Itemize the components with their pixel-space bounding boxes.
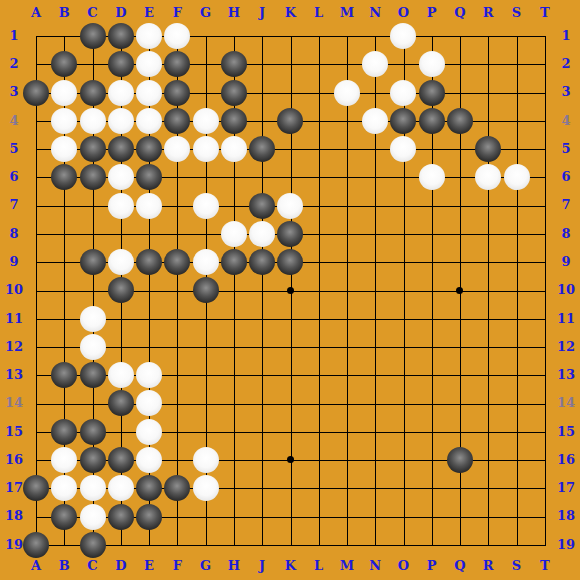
intersection-C11[interactable] (78, 305, 106, 333)
intersection-G6[interactable] (191, 163, 219, 191)
intersection-O17[interactable] (389, 474, 417, 502)
intersection-A6[interactable] (22, 163, 50, 191)
intersection-L12[interactable] (305, 333, 333, 361)
intersection-L6[interactable] (305, 163, 333, 191)
intersection-R4[interactable] (474, 107, 502, 135)
intersection-B15[interactable] (50, 418, 78, 446)
intersection-F4[interactable] (163, 107, 191, 135)
intersection-S2[interactable] (502, 50, 530, 78)
intersection-T15[interactable] (531, 418, 559, 446)
intersection-S5[interactable] (502, 135, 530, 163)
intersection-K19[interactable] (276, 531, 304, 559)
intersection-E1[interactable] (135, 22, 163, 50)
intersection-H19[interactable] (220, 531, 248, 559)
intersection-H2[interactable] (220, 50, 248, 78)
intersection-A19[interactable] (22, 531, 50, 559)
intersection-L16[interactable] (305, 446, 333, 474)
intersection-G12[interactable] (191, 333, 219, 361)
intersection-F18[interactable] (163, 502, 191, 530)
intersection-A18[interactable] (22, 502, 50, 530)
intersection-J16[interactable] (248, 446, 276, 474)
intersection-J2[interactable] (248, 50, 276, 78)
intersection-R11[interactable] (474, 305, 502, 333)
intersection-M10[interactable] (333, 276, 361, 304)
intersection-D15[interactable] (107, 418, 135, 446)
intersection-M12[interactable] (333, 333, 361, 361)
intersection-E18[interactable] (135, 502, 163, 530)
intersection-Q5[interactable] (446, 135, 474, 163)
intersection-N11[interactable] (361, 305, 389, 333)
intersection-J5[interactable] (248, 135, 276, 163)
intersection-M11[interactable] (333, 305, 361, 333)
intersection-L17[interactable] (305, 474, 333, 502)
intersection-F1[interactable] (163, 22, 191, 50)
intersection-E12[interactable] (135, 333, 163, 361)
intersection-K15[interactable] (276, 418, 304, 446)
intersection-M18[interactable] (333, 502, 361, 530)
intersection-O4[interactable] (389, 107, 417, 135)
intersection-P17[interactable] (418, 474, 446, 502)
intersection-P14[interactable] (418, 389, 446, 417)
intersection-P11[interactable] (418, 305, 446, 333)
intersection-K18[interactable] (276, 502, 304, 530)
intersection-B3[interactable] (50, 78, 78, 106)
intersection-T9[interactable] (531, 248, 559, 276)
intersection-J18[interactable] (248, 502, 276, 530)
intersection-O7[interactable] (389, 191, 417, 219)
intersection-J13[interactable] (248, 361, 276, 389)
intersection-L9[interactable] (305, 248, 333, 276)
intersection-H1[interactable] (220, 22, 248, 50)
intersection-A14[interactable] (22, 389, 50, 417)
intersection-N15[interactable] (361, 418, 389, 446)
intersection-N5[interactable] (361, 135, 389, 163)
intersection-O14[interactable] (389, 389, 417, 417)
intersection-E9[interactable] (135, 248, 163, 276)
intersection-J19[interactable] (248, 531, 276, 559)
intersection-B10[interactable] (50, 276, 78, 304)
intersection-G18[interactable] (191, 502, 219, 530)
intersection-J9[interactable] (248, 248, 276, 276)
intersection-C7[interactable] (78, 191, 106, 219)
intersection-L13[interactable] (305, 361, 333, 389)
intersection-A7[interactable] (22, 191, 50, 219)
intersection-A13[interactable] (22, 361, 50, 389)
intersection-M5[interactable] (333, 135, 361, 163)
intersection-O15[interactable] (389, 418, 417, 446)
intersection-H16[interactable] (220, 446, 248, 474)
intersection-S3[interactable] (502, 78, 530, 106)
intersection-D16[interactable] (107, 446, 135, 474)
intersection-B1[interactable] (50, 22, 78, 50)
intersection-A9[interactable] (22, 248, 50, 276)
intersection-F5[interactable] (163, 135, 191, 163)
intersection-B16[interactable] (50, 446, 78, 474)
intersection-C3[interactable] (78, 78, 106, 106)
intersection-G15[interactable] (191, 418, 219, 446)
intersection-C10[interactable] (78, 276, 106, 304)
intersection-C14[interactable] (78, 389, 106, 417)
intersection-O8[interactable] (389, 220, 417, 248)
intersection-H12[interactable] (220, 333, 248, 361)
intersection-D4[interactable] (107, 107, 135, 135)
intersection-S15[interactable] (502, 418, 530, 446)
intersection-A8[interactable] (22, 220, 50, 248)
intersection-F17[interactable] (163, 474, 191, 502)
intersection-N14[interactable] (361, 389, 389, 417)
intersection-D7[interactable] (107, 191, 135, 219)
intersection-T17[interactable] (531, 474, 559, 502)
intersection-F14[interactable] (163, 389, 191, 417)
intersection-F16[interactable] (163, 446, 191, 474)
intersection-D17[interactable] (107, 474, 135, 502)
intersection-E13[interactable] (135, 361, 163, 389)
intersection-C9[interactable] (78, 248, 106, 276)
intersection-Q12[interactable] (446, 333, 474, 361)
intersection-H8[interactable] (220, 220, 248, 248)
intersection-T12[interactable] (531, 333, 559, 361)
intersection-L11[interactable] (305, 305, 333, 333)
intersection-R2[interactable] (474, 50, 502, 78)
intersection-F10[interactable] (163, 276, 191, 304)
intersection-O6[interactable] (389, 163, 417, 191)
intersection-D2[interactable] (107, 50, 135, 78)
intersection-P10[interactable] (418, 276, 446, 304)
intersection-N16[interactable] (361, 446, 389, 474)
intersection-D5[interactable] (107, 135, 135, 163)
intersection-T11[interactable] (531, 305, 559, 333)
intersection-N8[interactable] (361, 220, 389, 248)
intersection-P6[interactable] (418, 163, 446, 191)
intersection-G5[interactable] (191, 135, 219, 163)
intersection-E16[interactable] (135, 446, 163, 474)
intersection-P15[interactable] (418, 418, 446, 446)
intersection-H17[interactable] (220, 474, 248, 502)
intersection-B18[interactable] (50, 502, 78, 530)
intersection-A11[interactable] (22, 305, 50, 333)
intersection-C6[interactable] (78, 163, 106, 191)
intersection-T2[interactable] (531, 50, 559, 78)
intersection-D19[interactable] (107, 531, 135, 559)
intersection-B17[interactable] (50, 474, 78, 502)
intersection-P4[interactable] (418, 107, 446, 135)
intersection-B4[interactable] (50, 107, 78, 135)
intersection-B6[interactable] (50, 163, 78, 191)
intersection-K5[interactable] (276, 135, 304, 163)
intersection-N3[interactable] (361, 78, 389, 106)
intersection-D12[interactable] (107, 333, 135, 361)
intersection-K4[interactable] (276, 107, 304, 135)
intersection-E11[interactable] (135, 305, 163, 333)
intersection-J8[interactable] (248, 220, 276, 248)
intersection-K2[interactable] (276, 50, 304, 78)
intersection-H5[interactable] (220, 135, 248, 163)
intersection-T1[interactable] (531, 22, 559, 50)
intersection-E19[interactable] (135, 531, 163, 559)
intersection-F8[interactable] (163, 220, 191, 248)
intersection-O2[interactable] (389, 50, 417, 78)
intersection-F12[interactable] (163, 333, 191, 361)
intersection-L8[interactable] (305, 220, 333, 248)
intersection-R10[interactable] (474, 276, 502, 304)
intersection-H10[interactable] (220, 276, 248, 304)
intersection-A16[interactable] (22, 446, 50, 474)
intersection-P12[interactable] (418, 333, 446, 361)
intersection-T10[interactable] (531, 276, 559, 304)
intersection-D6[interactable] (107, 163, 135, 191)
intersection-J4[interactable] (248, 107, 276, 135)
intersection-N9[interactable] (361, 248, 389, 276)
intersection-A2[interactable] (22, 50, 50, 78)
intersection-C13[interactable] (78, 361, 106, 389)
intersection-O18[interactable] (389, 502, 417, 530)
intersection-G16[interactable] (191, 446, 219, 474)
intersection-S18[interactable] (502, 502, 530, 530)
intersection-T13[interactable] (531, 361, 559, 389)
intersection-N7[interactable] (361, 191, 389, 219)
intersection-R9[interactable] (474, 248, 502, 276)
intersection-R6[interactable] (474, 163, 502, 191)
intersection-G11[interactable] (191, 305, 219, 333)
intersection-N19[interactable] (361, 531, 389, 559)
intersection-E8[interactable] (135, 220, 163, 248)
intersection-G8[interactable] (191, 220, 219, 248)
intersection-F11[interactable] (163, 305, 191, 333)
intersection-E5[interactable] (135, 135, 163, 163)
intersection-Q1[interactable] (446, 22, 474, 50)
intersection-R18[interactable] (474, 502, 502, 530)
intersection-S19[interactable] (502, 531, 530, 559)
intersection-A1[interactable] (22, 22, 50, 50)
intersection-D3[interactable] (107, 78, 135, 106)
intersection-T6[interactable] (531, 163, 559, 191)
intersection-D14[interactable] (107, 389, 135, 417)
intersection-K12[interactable] (276, 333, 304, 361)
intersection-C2[interactable] (78, 50, 106, 78)
intersection-T16[interactable] (531, 446, 559, 474)
intersection-M15[interactable] (333, 418, 361, 446)
intersection-L18[interactable] (305, 502, 333, 530)
intersection-G17[interactable] (191, 474, 219, 502)
intersection-F9[interactable] (163, 248, 191, 276)
intersection-O9[interactable] (389, 248, 417, 276)
intersection-Q16[interactable] (446, 446, 474, 474)
intersection-B2[interactable] (50, 50, 78, 78)
intersection-B13[interactable] (50, 361, 78, 389)
intersection-G7[interactable] (191, 191, 219, 219)
intersection-L4[interactable] (305, 107, 333, 135)
intersection-T18[interactable] (531, 502, 559, 530)
intersection-T7[interactable] (531, 191, 559, 219)
intersection-K6[interactable] (276, 163, 304, 191)
intersection-T4[interactable] (531, 107, 559, 135)
intersection-F13[interactable] (163, 361, 191, 389)
intersection-N4[interactable] (361, 107, 389, 135)
intersection-O19[interactable] (389, 531, 417, 559)
intersection-A10[interactable] (22, 276, 50, 304)
intersection-Q19[interactable] (446, 531, 474, 559)
intersection-R3[interactable] (474, 78, 502, 106)
intersection-Q7[interactable] (446, 191, 474, 219)
intersection-P7[interactable] (418, 191, 446, 219)
intersection-K13[interactable] (276, 361, 304, 389)
intersection-J10[interactable] (248, 276, 276, 304)
intersection-J3[interactable] (248, 78, 276, 106)
intersection-C15[interactable] (78, 418, 106, 446)
intersection-R8[interactable] (474, 220, 502, 248)
intersection-M2[interactable] (333, 50, 361, 78)
intersection-J7[interactable] (248, 191, 276, 219)
intersection-K16[interactable] (276, 446, 304, 474)
intersection-S17[interactable] (502, 474, 530, 502)
intersection-M7[interactable] (333, 191, 361, 219)
intersection-K7[interactable] (276, 191, 304, 219)
intersection-J6[interactable] (248, 163, 276, 191)
intersection-P19[interactable] (418, 531, 446, 559)
intersection-G19[interactable] (191, 531, 219, 559)
intersection-E4[interactable] (135, 107, 163, 135)
intersection-A5[interactable] (22, 135, 50, 163)
intersection-C5[interactable] (78, 135, 106, 163)
intersection-S1[interactable] (502, 22, 530, 50)
intersection-B12[interactable] (50, 333, 78, 361)
intersection-R19[interactable] (474, 531, 502, 559)
intersection-N2[interactable] (361, 50, 389, 78)
intersection-T14[interactable] (531, 389, 559, 417)
intersection-T19[interactable] (531, 531, 559, 559)
intersection-E3[interactable] (135, 78, 163, 106)
intersection-P16[interactable] (418, 446, 446, 474)
intersection-D13[interactable] (107, 361, 135, 389)
intersection-S6[interactable] (502, 163, 530, 191)
intersection-P2[interactable] (418, 50, 446, 78)
intersection-D1[interactable] (107, 22, 135, 50)
intersection-B11[interactable] (50, 305, 78, 333)
intersection-C17[interactable] (78, 474, 106, 502)
intersection-M13[interactable] (333, 361, 361, 389)
intersection-K10[interactable] (276, 276, 304, 304)
intersection-Q14[interactable] (446, 389, 474, 417)
intersection-Q18[interactable] (446, 502, 474, 530)
intersection-N10[interactable] (361, 276, 389, 304)
intersection-A3[interactable] (22, 78, 50, 106)
intersection-J15[interactable] (248, 418, 276, 446)
intersection-N6[interactable] (361, 163, 389, 191)
intersection-M16[interactable] (333, 446, 361, 474)
intersection-R16[interactable] (474, 446, 502, 474)
intersection-C16[interactable] (78, 446, 106, 474)
intersection-O5[interactable] (389, 135, 417, 163)
intersection-N13[interactable] (361, 361, 389, 389)
intersection-M14[interactable] (333, 389, 361, 417)
intersection-L19[interactable] (305, 531, 333, 559)
intersection-L10[interactable] (305, 276, 333, 304)
intersection-G9[interactable] (191, 248, 219, 276)
intersection-H15[interactable] (220, 418, 248, 446)
intersection-Q11[interactable] (446, 305, 474, 333)
intersection-L5[interactable] (305, 135, 333, 163)
intersection-P1[interactable] (418, 22, 446, 50)
intersection-D10[interactable] (107, 276, 135, 304)
intersection-M8[interactable] (333, 220, 361, 248)
intersection-C12[interactable] (78, 333, 106, 361)
intersection-O3[interactable] (389, 78, 417, 106)
intersection-L2[interactable] (305, 50, 333, 78)
intersection-J1[interactable] (248, 22, 276, 50)
intersection-N17[interactable] (361, 474, 389, 502)
intersection-T5[interactable] (531, 135, 559, 163)
intersection-C1[interactable] (78, 22, 106, 50)
intersection-Q13[interactable] (446, 361, 474, 389)
intersection-H6[interactable] (220, 163, 248, 191)
intersection-F3[interactable] (163, 78, 191, 106)
intersection-R5[interactable] (474, 135, 502, 163)
intersection-Q9[interactable] (446, 248, 474, 276)
intersection-E17[interactable] (135, 474, 163, 502)
intersection-B9[interactable] (50, 248, 78, 276)
intersection-T8[interactable] (531, 220, 559, 248)
intersection-K1[interactable] (276, 22, 304, 50)
intersection-M1[interactable] (333, 22, 361, 50)
intersection-N12[interactable] (361, 333, 389, 361)
intersection-P13[interactable] (418, 361, 446, 389)
intersection-A12[interactable] (22, 333, 50, 361)
intersection-K3[interactable] (276, 78, 304, 106)
intersection-A4[interactable] (22, 107, 50, 135)
intersection-J17[interactable] (248, 474, 276, 502)
intersection-Q10[interactable] (446, 276, 474, 304)
intersection-L1[interactable] (305, 22, 333, 50)
intersection-M3[interactable] (333, 78, 361, 106)
intersection-K9[interactable] (276, 248, 304, 276)
intersection-E10[interactable] (135, 276, 163, 304)
intersection-H4[interactable] (220, 107, 248, 135)
intersection-D8[interactable] (107, 220, 135, 248)
intersection-K8[interactable] (276, 220, 304, 248)
intersection-P8[interactable] (418, 220, 446, 248)
intersection-O11[interactable] (389, 305, 417, 333)
intersection-K11[interactable] (276, 305, 304, 333)
intersection-H7[interactable] (220, 191, 248, 219)
intersection-H11[interactable] (220, 305, 248, 333)
intersection-C19[interactable] (78, 531, 106, 559)
intersection-L3[interactable] (305, 78, 333, 106)
intersection-M9[interactable] (333, 248, 361, 276)
intersection-R17[interactable] (474, 474, 502, 502)
intersection-K14[interactable] (276, 389, 304, 417)
intersection-R1[interactable] (474, 22, 502, 50)
intersection-M19[interactable] (333, 531, 361, 559)
intersection-G14[interactable] (191, 389, 219, 417)
intersection-L14[interactable] (305, 389, 333, 417)
intersection-F19[interactable] (163, 531, 191, 559)
intersection-E6[interactable] (135, 163, 163, 191)
intersection-J11[interactable] (248, 305, 276, 333)
intersection-Q2[interactable] (446, 50, 474, 78)
intersection-N1[interactable] (361, 22, 389, 50)
intersection-R7[interactable] (474, 191, 502, 219)
intersection-P5[interactable] (418, 135, 446, 163)
intersection-G2[interactable] (191, 50, 219, 78)
intersection-D18[interactable] (107, 502, 135, 530)
intersection-P9[interactable] (418, 248, 446, 276)
intersection-R15[interactable] (474, 418, 502, 446)
intersection-M4[interactable] (333, 107, 361, 135)
intersection-E14[interactable] (135, 389, 163, 417)
intersection-Q3[interactable] (446, 78, 474, 106)
intersection-G4[interactable] (191, 107, 219, 135)
intersection-F15[interactable] (163, 418, 191, 446)
